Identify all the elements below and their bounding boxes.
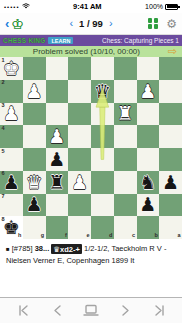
move-number: 38... bbox=[35, 244, 50, 253]
square-a4[interactable] bbox=[159, 125, 182, 148]
square-b1[interactable] bbox=[137, 57, 160, 80]
app-header: CHESS KING LEARN Chess: Capturing Pieces… bbox=[0, 35, 182, 46]
black-r-piece: ♜ bbox=[46, 171, 69, 194]
square-h2[interactable]: 2 bbox=[0, 80, 23, 103]
black-q-piece: ♛ bbox=[91, 80, 114, 103]
square-d5[interactable] bbox=[91, 148, 114, 171]
square-c7[interactable] bbox=[114, 194, 137, 217]
status-bar: ••••• 9:41 AM 100% bbox=[0, 0, 182, 13]
square-b7[interactable]: ♟ bbox=[137, 194, 160, 217]
next-puzzle-button[interactable]: › bbox=[109, 18, 113, 29]
square-h6[interactable]: 6♟ bbox=[0, 171, 23, 194]
white-p-piece: ♟ bbox=[137, 80, 160, 103]
black-p-piece: ♟ bbox=[46, 148, 69, 171]
white-p-piece: ♟ bbox=[0, 103, 23, 126]
square-g2[interactable]: ♟ bbox=[23, 80, 46, 103]
black-p-piece: ♟ bbox=[137, 194, 160, 217]
square-g5[interactable] bbox=[23, 148, 46, 171]
learn-badge: LEARN bbox=[48, 37, 73, 44]
next-problem-arrow-icon[interactable]: ⇨ bbox=[168, 46, 177, 57]
puzzle-ref: [#785] bbox=[12, 244, 33, 253]
square-g3[interactable] bbox=[23, 103, 46, 126]
square-h7[interactable]: 7 bbox=[0, 194, 23, 217]
move-text: xd2-+ bbox=[60, 244, 80, 253]
solved-message: Problem solved (10/10, 00:00) bbox=[5, 47, 168, 56]
square-e5[interactable] bbox=[68, 148, 91, 171]
battery-percent: 100% bbox=[145, 3, 163, 10]
file-label: b bbox=[154, 233, 157, 239]
clock: 9:41 AM bbox=[30, 2, 146, 11]
file-label: f bbox=[65, 233, 67, 239]
square-f2[interactable] bbox=[46, 80, 69, 103]
square-c4[interactable] bbox=[114, 125, 137, 148]
brand-logo-text: CHESS KING bbox=[3, 37, 45, 44]
nav-bar: ‹ ♔ ‹ 1 / 99 › ⚙ bbox=[0, 13, 182, 35]
puzzle-counter: 1 / 99 bbox=[79, 18, 103, 29]
square-d4[interactable] bbox=[91, 125, 114, 148]
square-a8[interactable]: a bbox=[159, 216, 182, 239]
bullet-icon: ■ bbox=[6, 246, 10, 252]
rank-label: 2 bbox=[2, 80, 5, 86]
square-h1[interactable]: 1♚ bbox=[0, 57, 23, 80]
square-b4[interactable] bbox=[137, 125, 160, 148]
highlighted-move[interactable]: ♛xd2-+ bbox=[51, 244, 82, 254]
next-move-button[interactable] bbox=[113, 301, 137, 321]
square-c2[interactable] bbox=[114, 80, 137, 103]
square-e8[interactable]: e bbox=[68, 216, 91, 239]
square-d7[interactable] bbox=[91, 194, 114, 217]
square-h8[interactable]: 8h♚ bbox=[0, 216, 23, 239]
move-caption: ■ [#785] 38... ♛xd2-+ 1/2-1/2, Taeckholm… bbox=[0, 239, 182, 297]
square-d1[interactable] bbox=[91, 57, 114, 80]
square-b6[interactable]: ♞ bbox=[137, 171, 160, 194]
square-a5[interactable] bbox=[159, 148, 182, 171]
prev-move-button[interactable] bbox=[45, 301, 69, 321]
chess-king-logo-icon[interactable]: ♔ bbox=[11, 17, 24, 31]
wifi-icon bbox=[22, 3, 30, 10]
square-e2[interactable] bbox=[68, 80, 91, 103]
black-p-piece: ♟ bbox=[0, 171, 23, 194]
square-b5[interactable] bbox=[137, 148, 160, 171]
square-a2[interactable] bbox=[159, 80, 182, 103]
chess-board: 1♚2♟♛♟3♟♜4♟5♟6♟♛♜♟♞♟7♟♟8h♚gfedcba bbox=[0, 57, 182, 239]
square-e7[interactable] bbox=[68, 194, 91, 217]
square-d3[interactable] bbox=[91, 103, 114, 126]
prev-puzzle-button[interactable]: ‹ bbox=[69, 18, 73, 29]
solved-banner: Problem solved (10/10, 00:00) ⇨ bbox=[0, 46, 182, 57]
back-button[interactable]: ‹ bbox=[5, 17, 9, 30]
square-c5[interactable] bbox=[114, 148, 137, 171]
square-h3[interactable]: 3♟ bbox=[0, 103, 23, 126]
square-c6[interactable] bbox=[114, 171, 137, 194]
bottom-toolbar bbox=[0, 297, 182, 323]
computer-analysis-icon[interactable] bbox=[79, 301, 103, 321]
square-f3[interactable] bbox=[46, 103, 69, 126]
file-label: d bbox=[109, 233, 112, 239]
square-f1[interactable] bbox=[46, 57, 69, 80]
square-g7[interactable]: ♟ bbox=[23, 194, 46, 217]
square-g1[interactable] bbox=[23, 57, 46, 80]
first-move-button[interactable] bbox=[11, 301, 35, 321]
file-label: a bbox=[177, 233, 180, 239]
square-e4[interactable] bbox=[68, 125, 91, 148]
white-k-piece: ♚ bbox=[0, 57, 23, 80]
square-h4[interactable]: 4 bbox=[0, 125, 23, 148]
square-g4[interactable] bbox=[23, 125, 46, 148]
square-d2[interactable]: ♛ bbox=[91, 80, 114, 103]
square-b3[interactable] bbox=[137, 103, 160, 126]
square-f7[interactable] bbox=[46, 194, 69, 217]
battery-icon bbox=[165, 4, 178, 10]
square-b2[interactable]: ♟ bbox=[137, 80, 160, 103]
square-e1[interactable] bbox=[68, 57, 91, 80]
square-d8[interactable]: d bbox=[91, 216, 114, 239]
rank-label: 7 bbox=[2, 194, 5, 200]
square-f5[interactable]: ♟ bbox=[46, 148, 69, 171]
file-label: g bbox=[41, 233, 44, 239]
square-f8[interactable]: f bbox=[46, 216, 69, 239]
rank-label: 4 bbox=[2, 126, 5, 132]
puzzle-pager: ‹ 1 / 99 › bbox=[69, 18, 112, 29]
square-e6[interactable]: ♟ bbox=[68, 171, 91, 194]
rank-label: 5 bbox=[2, 149, 5, 155]
square-b8[interactable]: b bbox=[137, 216, 160, 239]
file-label: e bbox=[86, 233, 89, 239]
square-f4[interactable]: ♟ bbox=[46, 125, 69, 148]
app-window: ••••• 9:41 AM 100% ‹ ♔ ‹ 1 / 99 › ⚙ CHES… bbox=[0, 0, 182, 323]
white-p-piece: ♟ bbox=[23, 80, 46, 103]
black-p-piece: ♟ bbox=[23, 194, 46, 217]
square-c1[interactable] bbox=[114, 57, 137, 80]
settings-gear-icon[interactable]: ⚙ bbox=[166, 18, 177, 30]
square-a1[interactable] bbox=[159, 57, 182, 80]
square-d6[interactable] bbox=[91, 171, 114, 194]
square-a7[interactable] bbox=[159, 194, 182, 217]
puzzle-grid-icon[interactable] bbox=[148, 18, 159, 29]
white-r-piece: ♜ bbox=[114, 103, 137, 126]
black-p-piece: ♟ bbox=[159, 171, 182, 194]
square-f6[interactable]: ♜ bbox=[46, 171, 69, 194]
square-c8[interactable]: c bbox=[114, 216, 137, 239]
square-h5[interactable]: 5 bbox=[0, 148, 23, 171]
square-a3[interactable] bbox=[159, 103, 182, 126]
white-p-piece: ♟ bbox=[68, 171, 91, 194]
board-container: 1♚2♟♛♟3♟♜4♟5♟6♟♛♜♟♞♟7♟♟8h♚gfedcba bbox=[0, 57, 182, 239]
square-a6[interactable]: ♟ bbox=[159, 171, 182, 194]
black-n-piece: ♞ bbox=[137, 171, 160, 194]
last-move-button[interactable] bbox=[147, 301, 171, 321]
file-label: c bbox=[132, 233, 135, 239]
black-k-piece: ♚ bbox=[0, 216, 23, 239]
white-p-piece: ♟ bbox=[46, 125, 69, 148]
square-g6[interactable]: ♛ bbox=[23, 171, 46, 194]
square-c3[interactable]: ♜ bbox=[114, 103, 137, 126]
square-e3[interactable] bbox=[68, 103, 91, 126]
square-g8[interactable]: g bbox=[23, 216, 46, 239]
carrier-signal-icon: ••••• bbox=[4, 4, 20, 10]
white-q-piece: ♛ bbox=[23, 171, 46, 194]
course-title: Chess: Capturing Pieces 1 bbox=[102, 37, 179, 44]
